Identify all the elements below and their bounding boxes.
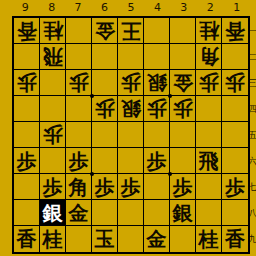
square-3-2[interactable]	[170, 44, 196, 70]
square-9-1[interactable]: 香	[14, 18, 40, 44]
square-9-9[interactable]: 香	[14, 226, 40, 252]
gote-piece-桂: 桂	[43, 19, 63, 43]
square-6-5[interactable]	[92, 122, 118, 148]
square-8-8-last-move-highlight[interactable]: 銀	[40, 200, 66, 226]
square-7-8[interactable]: 金	[66, 200, 92, 226]
square-6-3[interactable]	[92, 70, 118, 96]
square-4-7[interactable]	[144, 174, 170, 200]
sente-piece-歩: 歩	[121, 175, 141, 199]
square-4-2[interactable]	[144, 44, 170, 70]
file-label-9: 9	[12, 0, 38, 16]
gote-piece-王: 王	[121, 19, 141, 43]
file-label-4: 4	[144, 0, 170, 16]
file-label-3: 3	[171, 0, 197, 16]
square-3-7[interactable]: 歩	[170, 174, 196, 200]
square-3-1[interactable]	[170, 18, 196, 44]
sente-piece-香: 香	[17, 227, 37, 251]
square-2-7[interactable]	[196, 174, 222, 200]
square-5-7[interactable]: 歩	[118, 174, 144, 200]
square-4-1[interactable]	[144, 18, 170, 44]
square-7-4[interactable]	[66, 96, 92, 122]
square-3-8[interactable]: 銀	[170, 200, 196, 226]
square-3-5[interactable]	[170, 122, 196, 148]
square-6-6[interactable]	[92, 148, 118, 174]
gote-piece-歩: 歩	[69, 71, 89, 95]
square-8-6[interactable]	[40, 148, 66, 174]
square-1-1[interactable]: 香	[222, 18, 248, 44]
square-6-1[interactable]: 金	[92, 18, 118, 44]
file-label-6: 6	[91, 0, 117, 16]
rank-label-6: 六	[249, 148, 256, 174]
gote-piece-角: 角	[199, 45, 219, 69]
square-9-7[interactable]	[14, 174, 40, 200]
file-label-1: 1	[224, 0, 250, 16]
gote-piece-歩: 歩	[225, 71, 245, 95]
sente-piece-歩: 歩	[69, 149, 89, 173]
file-label-8: 8	[38, 0, 64, 16]
gote-piece-金: 金	[95, 19, 115, 43]
square-1-5[interactable]	[222, 122, 248, 148]
square-8-1[interactable]: 桂	[40, 18, 66, 44]
file-label-5: 5	[118, 0, 144, 16]
square-1-3[interactable]: 歩	[222, 70, 248, 96]
square-3-9[interactable]	[170, 226, 196, 252]
rank-label-7: 七	[249, 174, 256, 200]
sente-piece-玉: 玉	[95, 227, 115, 251]
square-9-2[interactable]	[14, 44, 40, 70]
rank-label-8: 八	[249, 200, 256, 226]
square-9-8[interactable]	[14, 200, 40, 226]
sente-piece-歩: 歩	[17, 149, 37, 173]
square-5-1[interactable]: 王	[118, 18, 144, 44]
sente-piece-桂: 桂	[199, 227, 219, 251]
square-4-8[interactable]	[144, 200, 170, 226]
square-3-4[interactable]: 歩	[170, 96, 196, 122]
rank-label-5: 五	[249, 122, 256, 148]
square-2-3[interactable]: 歩	[196, 70, 222, 96]
square-2-2[interactable]: 角	[196, 44, 222, 70]
square-7-2[interactable]	[66, 44, 92, 70]
sente-piece-銀: 銀	[43, 201, 63, 225]
square-4-5[interactable]	[144, 122, 170, 148]
square-9-3[interactable]: 歩	[14, 70, 40, 96]
sente-piece-歩: 歩	[95, 175, 115, 199]
sente-piece-歩: 歩	[225, 175, 245, 199]
square-1-8[interactable]	[222, 200, 248, 226]
rank-coordinates: 一二三四五六七八九	[249, 18, 256, 252]
square-2-4[interactable]	[196, 96, 222, 122]
square-5-9[interactable]	[118, 226, 144, 252]
gote-piece-歩: 歩	[147, 97, 167, 121]
sente-piece-角: 角	[69, 175, 89, 199]
square-4-9[interactable]: 金	[144, 226, 170, 252]
square-8-3[interactable]	[40, 70, 66, 96]
square-8-2[interactable]: 飛	[40, 44, 66, 70]
sente-piece-金: 金	[69, 201, 89, 225]
sente-piece-香: 香	[225, 227, 245, 251]
square-4-4[interactable]: 歩	[144, 96, 170, 122]
rank-label-2: 二	[249, 44, 256, 70]
square-7-6[interactable]: 歩	[66, 148, 92, 174]
square-1-4[interactable]	[222, 96, 248, 122]
gote-piece-金: 金	[173, 71, 193, 95]
file-label-7: 7	[65, 0, 91, 16]
square-7-5[interactable]	[66, 122, 92, 148]
square-2-5[interactable]	[196, 122, 222, 148]
gote-piece-歩: 歩	[43, 123, 63, 147]
square-5-3[interactable]: 歩	[118, 70, 144, 96]
square-1-6[interactable]	[222, 148, 248, 174]
rank-label-3: 三	[249, 70, 256, 96]
gote-piece-歩: 歩	[199, 71, 219, 95]
gote-piece-飛: 飛	[43, 45, 63, 69]
square-3-6[interactable]	[170, 148, 196, 174]
square-1-9[interactable]: 香	[222, 226, 248, 252]
square-9-4[interactable]	[14, 96, 40, 122]
square-6-2[interactable]	[92, 44, 118, 70]
gote-piece-歩: 歩	[121, 71, 141, 95]
sente-piece-歩: 歩	[173, 175, 193, 199]
square-6-4[interactable]: 歩	[92, 96, 118, 122]
square-2-8[interactable]	[196, 200, 222, 226]
square-6-9[interactable]: 玉	[92, 226, 118, 252]
gote-piece-歩: 歩	[95, 97, 115, 121]
square-9-6[interactable]: 歩	[14, 148, 40, 174]
rank-label-4: 四	[249, 96, 256, 122]
square-2-1[interactable]: 桂	[196, 18, 222, 44]
rank-label-9: 九	[249, 226, 256, 252]
square-1-7[interactable]: 歩	[222, 174, 248, 200]
square-1-2[interactable]	[222, 44, 248, 70]
gote-piece-香: 香	[17, 19, 37, 43]
square-2-9[interactable]: 桂	[196, 226, 222, 252]
square-7-3[interactable]: 歩	[66, 70, 92, 96]
square-8-5[interactable]: 歩	[40, 122, 66, 148]
sente-piece-飛: 飛	[199, 149, 219, 173]
square-3-3[interactable]: 金	[170, 70, 196, 96]
sente-piece-歩: 歩	[43, 175, 63, 199]
rank-label-1: 一	[249, 18, 256, 44]
square-7-1[interactable]	[66, 18, 92, 44]
square-4-6[interactable]: 歩	[144, 148, 170, 174]
square-6-7[interactable]: 歩	[92, 174, 118, 200]
file-label-2: 2	[197, 0, 223, 16]
square-5-6[interactable]	[118, 148, 144, 174]
square-8-4[interactable]	[40, 96, 66, 122]
gote-piece-銀: 銀	[121, 97, 141, 121]
square-8-7[interactable]: 歩	[40, 174, 66, 200]
gote-piece-桂: 桂	[199, 19, 219, 43]
square-5-8[interactable]	[118, 200, 144, 226]
square-2-6[interactable]: 飛	[196, 148, 222, 174]
gote-piece-歩: 歩	[17, 71, 37, 95]
shogi-diagram: 987654321 一二三四五六七八九 香桂金王桂香飛角歩歩歩銀金歩歩歩銀歩歩歩…	[0, 0, 256, 256]
gote-piece-香: 香	[225, 19, 245, 43]
sente-piece-銀: 銀	[173, 201, 193, 225]
square-4-3[interactable]: 銀	[144, 70, 170, 96]
sente-piece-金: 金	[147, 227, 167, 251]
square-5-2[interactable]	[118, 44, 144, 70]
square-8-9[interactable]: 桂	[40, 226, 66, 252]
sente-piece-桂: 桂	[43, 227, 63, 251]
gote-piece-銀: 銀	[147, 71, 167, 95]
square-7-7[interactable]: 角	[66, 174, 92, 200]
square-7-9[interactable]	[66, 226, 92, 252]
gote-piece-歩: 歩	[173, 97, 193, 121]
sente-piece-歩: 歩	[147, 149, 167, 173]
file-coordinates: 987654321	[12, 0, 250, 16]
shogi-board: 香桂金王桂香飛角歩歩歩銀金歩歩歩銀歩歩歩歩歩歩飛歩角歩歩歩歩銀金銀香桂玉金桂香	[12, 16, 250, 254]
square-9-5[interactable]	[14, 122, 40, 148]
square-5-5[interactable]	[118, 122, 144, 148]
square-6-8[interactable]	[92, 200, 118, 226]
square-5-4[interactable]: 銀	[118, 96, 144, 122]
